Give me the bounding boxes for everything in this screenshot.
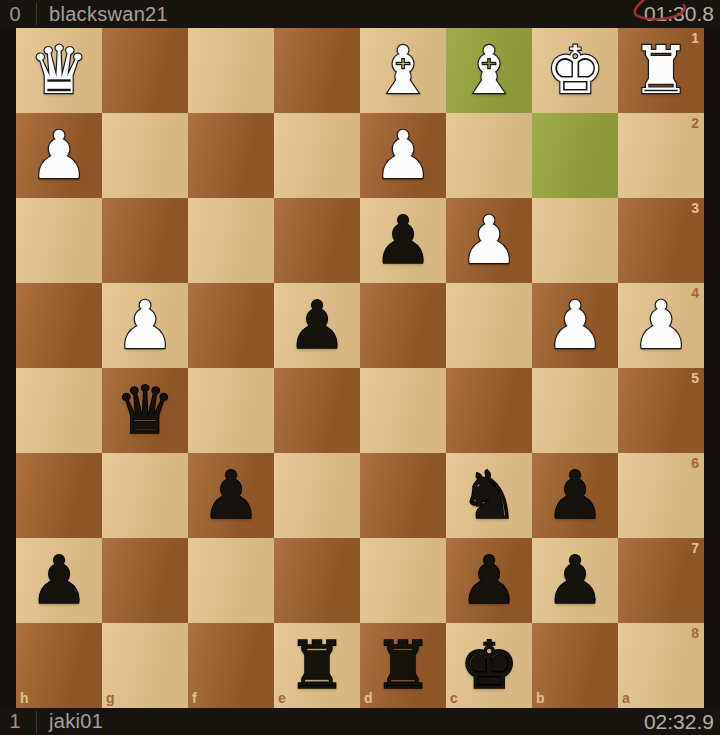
square-e2[interactable] <box>274 113 360 198</box>
white-king-b1: ♚ <box>532 28 618 113</box>
square-d6[interactable] <box>360 453 446 538</box>
square-h4[interactable] <box>16 283 102 368</box>
top-player-score: 0 <box>0 3 30 26</box>
square-a2[interactable]: 2 <box>618 113 704 198</box>
square-g8[interactable]: g <box>102 623 188 708</box>
square-h5[interactable] <box>16 368 102 453</box>
square-c8[interactable]: ♚c <box>446 623 532 708</box>
black-pawn-d3: ♟ <box>360 198 446 283</box>
rank-label-3: 3 <box>691 200 699 216</box>
white-bishop-d1: ♝ <box>360 28 446 113</box>
black-king-c8: ♚ <box>446 623 532 708</box>
square-e6[interactable] <box>274 453 360 538</box>
square-b5[interactable] <box>532 368 618 453</box>
file-label-d: d <box>364 690 373 706</box>
square-c3[interactable]: ♟ <box>446 198 532 283</box>
square-d3[interactable]: ♟ <box>360 198 446 283</box>
square-c5[interactable] <box>446 368 532 453</box>
square-a6[interactable]: 6 <box>618 453 704 538</box>
chess-board: ♛♝♝♚♜1♟♟2♟♟3♟♟♟♟4♛5♟♞♟6♟♟♟7hgf♜e♜d♚cba8 <box>16 28 704 708</box>
square-h6[interactable] <box>16 453 102 538</box>
square-c6[interactable]: ♞ <box>446 453 532 538</box>
file-label-f: f <box>192 690 197 706</box>
square-e8[interactable]: ♜e <box>274 623 360 708</box>
square-d7[interactable] <box>360 538 446 623</box>
rank-label-2: 2 <box>691 115 699 131</box>
white-queen-h1: ♛ <box>16 28 102 113</box>
square-b4[interactable]: ♟ <box>532 283 618 368</box>
square-g7[interactable] <box>102 538 188 623</box>
black-pawn-b6: ♟ <box>532 453 618 538</box>
square-b8[interactable]: b <box>532 623 618 708</box>
square-a4[interactable]: ♟4 <box>618 283 704 368</box>
square-d1[interactable]: ♝ <box>360 28 446 113</box>
bottom-player-bar: 1 jaki01 02:32.9 <box>0 708 720 735</box>
bottom-player-name: jaki01 <box>49 710 103 733</box>
file-label-h: h <box>20 690 29 706</box>
rank-label-5: 5 <box>691 370 699 386</box>
rank-label-4: 4 <box>691 285 699 301</box>
white-pawn-a4: ♟ <box>618 283 704 368</box>
rank-label-6: 6 <box>691 455 699 471</box>
square-e4[interactable]: ♟ <box>274 283 360 368</box>
bottom-player-clock: 02:32.9 <box>644 710 714 734</box>
square-a8[interactable]: a8 <box>618 623 704 708</box>
square-f4[interactable] <box>188 283 274 368</box>
square-g4[interactable]: ♟ <box>102 283 188 368</box>
square-g1[interactable] <box>102 28 188 113</box>
square-f2[interactable] <box>188 113 274 198</box>
square-f8[interactable]: f <box>188 623 274 708</box>
white-pawn-b4: ♟ <box>532 283 618 368</box>
top-player-name: blackswan21 <box>49 3 168 26</box>
top-player-clock: 01:30.8 <box>644 2 714 26</box>
square-a5[interactable]: 5 <box>618 368 704 453</box>
white-pawn-h2: ♟ <box>16 113 102 198</box>
black-queen-g5: ♛ <box>102 368 188 453</box>
white-bishop-c1: ♝ <box>446 28 532 113</box>
file-label-c: c <box>450 690 458 706</box>
rank-label-8: 8 <box>691 625 699 641</box>
square-b3[interactable] <box>532 198 618 283</box>
square-e1[interactable] <box>274 28 360 113</box>
square-g6[interactable] <box>102 453 188 538</box>
square-c2[interactable] <box>446 113 532 198</box>
square-e5[interactable] <box>274 368 360 453</box>
black-rook-e8: ♜ <box>274 623 360 708</box>
black-knight-c6: ♞ <box>446 453 532 538</box>
square-h1[interactable]: ♛ <box>16 28 102 113</box>
file-label-b: b <box>536 690 545 706</box>
square-f5[interactable] <box>188 368 274 453</box>
square-f6[interactable]: ♟ <box>188 453 274 538</box>
white-pawn-c3: ♟ <box>446 198 532 283</box>
score-divider <box>36 711 37 733</box>
square-b1[interactable]: ♚ <box>532 28 618 113</box>
black-pawn-b7: ♟ <box>532 538 618 623</box>
square-h2[interactable]: ♟ <box>16 113 102 198</box>
square-f3[interactable] <box>188 198 274 283</box>
square-g2[interactable] <box>102 113 188 198</box>
white-rook-a1: ♜ <box>618 28 704 113</box>
square-h8[interactable]: h <box>16 623 102 708</box>
square-a3[interactable]: 3 <box>618 198 704 283</box>
square-g5[interactable]: ♛ <box>102 368 188 453</box>
square-d4[interactable] <box>360 283 446 368</box>
square-c1[interactable]: ♝ <box>446 28 532 113</box>
white-pawn-d2: ♟ <box>360 113 446 198</box>
black-pawn-f6: ♟ <box>188 453 274 538</box>
square-b6[interactable]: ♟ <box>532 453 618 538</box>
square-f1[interactable] <box>188 28 274 113</box>
file-label-g: g <box>106 690 115 706</box>
black-pawn-h7: ♟ <box>16 538 102 623</box>
chess-game-app: 0 blackswan21 01:30.8 ♛♝♝♚♜1♟♟2♟♟3♟♟♟♟4♛… <box>0 0 720 735</box>
rank-label-1: 1 <box>691 30 699 46</box>
square-c4[interactable] <box>446 283 532 368</box>
file-label-a: a <box>622 690 630 706</box>
top-player-bar: 0 blackswan21 01:30.8 <box>0 0 720 28</box>
square-h7[interactable]: ♟ <box>16 538 102 623</box>
square-b2[interactable] <box>532 113 618 198</box>
square-g3[interactable] <box>102 198 188 283</box>
black-pawn-c7: ♟ <box>446 538 532 623</box>
white-pawn-g4: ♟ <box>102 283 188 368</box>
square-c7[interactable]: ♟ <box>446 538 532 623</box>
square-b7[interactable]: ♟ <box>532 538 618 623</box>
square-e3[interactable] <box>274 198 360 283</box>
score-divider <box>36 3 37 25</box>
square-a7[interactable]: 7 <box>618 538 704 623</box>
file-label-e: e <box>278 690 286 706</box>
rank-label-7: 7 <box>691 540 699 556</box>
black-rook-d8: ♜ <box>360 623 446 708</box>
square-a1[interactable]: ♜1 <box>618 28 704 113</box>
black-pawn-e4: ♟ <box>274 283 360 368</box>
bottom-player-score: 1 <box>0 710 30 733</box>
square-d8[interactable]: ♜d <box>360 623 446 708</box>
square-f7[interactable] <box>188 538 274 623</box>
square-e7[interactable] <box>274 538 360 623</box>
square-d2[interactable]: ♟ <box>360 113 446 198</box>
square-h3[interactable] <box>16 198 102 283</box>
square-d5[interactable] <box>360 368 446 453</box>
